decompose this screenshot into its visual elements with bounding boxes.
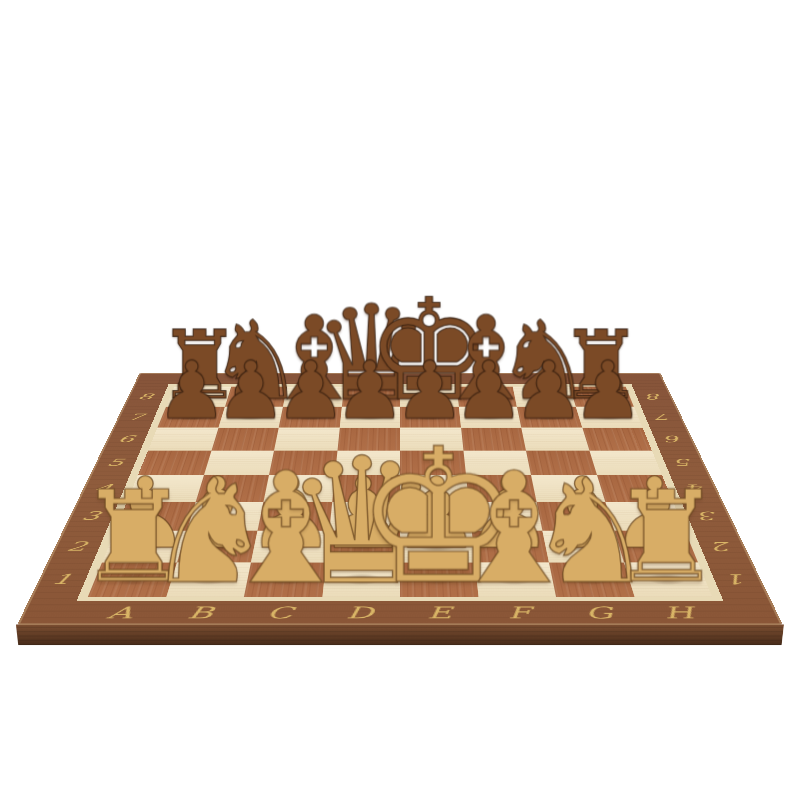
board-side-edge (16, 625, 784, 646)
file-label-bottom-e: E (426, 603, 453, 622)
square-h1[interactable]: ♜ (623, 562, 712, 597)
file-label-bottom-c: C (265, 603, 295, 622)
chess-board: ♜♞♝♛♚♝♞♜♟♟♟♟♟♟♟♟♟♟♟♟♟♟♟♟♜♞♝♛♚♝♞♜ ABCDEFG… (17, 373, 783, 624)
squares-grid: ♜♞♝♛♚♝♞♜♟♟♟♟♟♟♟♟♟♟♟♟♟♟♟♟♜♞♝♛♚♝♞♜ (88, 387, 712, 597)
file-label-bottom-a: A (105, 603, 138, 622)
file-label-bottom-h: H (660, 603, 698, 622)
file-label-bottom-f: F (506, 603, 534, 622)
product-photo-scene: ♜♞♝♛♚♝♞♜♟♟♟♟♟♟♟♟♟♟♟♟♟♟♟♟♜♞♝♛♚♝♞♜ ABCDEFG… (0, 0, 800, 800)
file-label-bottom-d: D (345, 603, 375, 622)
board-playfield: ♜♞♝♛♚♝♞♜♟♟♟♟♟♟♟♟♟♟♟♟♟♟♟♟♜♞♝♛♚♝♞♜ (76, 384, 723, 601)
file-label-bottom-g: G (583, 603, 616, 622)
file-label-bottom-b: B (185, 603, 216, 622)
